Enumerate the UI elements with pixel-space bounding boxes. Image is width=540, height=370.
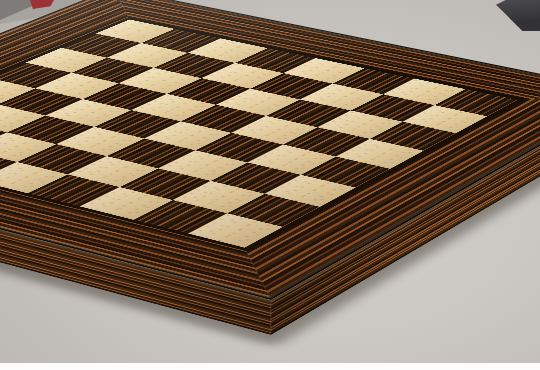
bottom-white-strip [0,363,540,370]
chessboard [0,0,540,300]
photo-stage [0,0,540,370]
scene [0,0,540,370]
